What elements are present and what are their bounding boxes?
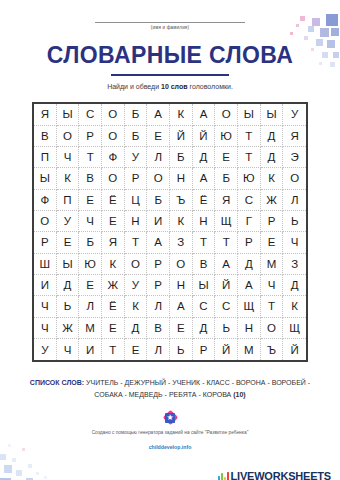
grid-cell[interactable]: Й (193, 126, 216, 147)
grid-cell[interactable]: Ы (238, 104, 261, 125)
grid-cell[interactable]: У (125, 275, 148, 296)
grid-cell[interactable]: К (102, 254, 125, 275)
grid-cell[interactable]: С (215, 296, 238, 317)
grid-cell[interactable]: Н (125, 211, 148, 232)
grid-cell[interactable]: Ё (193, 190, 216, 211)
grid-cell[interactable]: З (170, 232, 193, 253)
grid-cell[interactable]: Ж (102, 275, 125, 296)
grid-cell[interactable]: А (147, 232, 170, 253)
grid-cell[interactable]: С (238, 190, 261, 211)
grid-cell[interactable]: Д (238, 254, 261, 275)
grid-cell[interactable]: О (102, 168, 125, 189)
grid-cell[interactable]: Е (79, 190, 102, 211)
grid-cell[interactable]: З (283, 254, 306, 275)
grid-cell[interactable]: Й (170, 126, 193, 147)
grid-cell[interactable]: Ч (34, 318, 57, 339)
grid-cell[interactable]: У (34, 339, 57, 360)
grid-cell[interactable]: Г (238, 211, 261, 232)
grid-cell[interactable]: О (57, 126, 80, 147)
grid-cell[interactable]: В (79, 168, 102, 189)
grid-cell[interactable]: Ч (57, 339, 80, 360)
grid-cell[interactable]: Е (102, 211, 125, 232)
word-list-words: УЧИТЕЛЬ - ДЕЖУРНЫЙ - УЧЕНИК - КЛАСС - ВО… (86, 379, 310, 398)
instructions: Найди и обведи 10 слов головоломки. (0, 83, 340, 90)
grid-cell[interactable]: И (34, 275, 57, 296)
grid-cell[interactable]: Т (79, 147, 102, 168)
name-caption: (имя и фамилия) (95, 25, 245, 30)
grid-cell[interactable]: А (147, 104, 170, 125)
grid-cell[interactable]: Т (261, 296, 284, 317)
grid-cell[interactable]: Р (79, 126, 102, 147)
grid-cell[interactable]: Щ (215, 211, 238, 232)
grid-cell[interactable]: Ф (34, 190, 57, 211)
grid-cell[interactable]: Ы (193, 275, 216, 296)
grid-cell[interactable]: Я (102, 232, 125, 253)
instructions-post: головоломки. (188, 83, 233, 90)
grid-cell[interactable]: А (193, 104, 216, 125)
grid-cell[interactable]: А (215, 254, 238, 275)
grid-cell[interactable]: О (261, 318, 284, 339)
grid-cell[interactable]: О (283, 168, 306, 189)
grid-cell[interactable]: Ю (215, 126, 238, 147)
grid-cell[interactable]: У (57, 211, 80, 232)
grid-cell[interactable]: Ь (170, 339, 193, 360)
grid-cell[interactable]: Б (170, 147, 193, 168)
grid-cell[interactable]: Д (57, 275, 80, 296)
grid-cell[interactable]: И (79, 339, 102, 360)
grid-cell[interactable]: Ы (57, 254, 80, 275)
grid-cell[interactable]: Ж (261, 190, 284, 211)
grid-cell[interactable]: Я (283, 126, 306, 147)
grid-cell[interactable]: С (193, 296, 216, 317)
grid-cell[interactable]: У (283, 104, 306, 125)
grid-cell[interactable]: В (193, 254, 216, 275)
grid-cell[interactable]: Й (215, 275, 238, 296)
grid-cell[interactable]: Н (170, 168, 193, 189)
grid-cell[interactable]: Б (215, 168, 238, 189)
grid-cell[interactable]: К (261, 168, 284, 189)
grid-cell[interactable]: М (238, 339, 261, 360)
grid-cell[interactable]: С (79, 104, 102, 125)
grid-cell[interactable]: Ё (102, 190, 125, 211)
grid-cell[interactable]: Ч (57, 147, 80, 168)
grid-cell[interactable]: Л (147, 296, 170, 317)
grid-cell[interactable]: Т (193, 232, 216, 253)
grid-cell[interactable]: Д (283, 275, 306, 296)
grid-cell[interactable]: А (170, 296, 193, 317)
worksheet-page: (имя и фамилия) СЛОВАРНЫЕ СЛОВА Найди и … (0, 14, 340, 480)
grid-cell[interactable]: Р (147, 275, 170, 296)
grid-cell[interactable]: О (215, 104, 238, 125)
star-icon: ★ (165, 413, 175, 423)
grid-cell[interactable]: М (79, 318, 102, 339)
liveworksheets-wordmark: LIVEWORKSHEETS (231, 471, 332, 480)
name-block: (имя и фамилия) (95, 14, 245, 30)
grid-cell[interactable]: Ы (34, 168, 57, 189)
grid-cell[interactable]: Ъ (170, 190, 193, 211)
grid-cell[interactable]: Т (102, 339, 125, 360)
grid-cell[interactable]: Т (125, 232, 148, 253)
grid-cell[interactable]: Ы (57, 104, 80, 125)
grid-cell[interactable]: Ж (57, 318, 80, 339)
grid-cell[interactable]: Б (147, 190, 170, 211)
grid-wrap: ЯЫСОБАКАОЫЫУВОРОБЕЙЙЮТДЯПЧТФУЛБДЕТДЭЫКВО… (32, 102, 308, 362)
grid-cell[interactable]: Р (261, 211, 284, 232)
grid-cell[interactable]: Е (170, 318, 193, 339)
credit-link[interactable]: childdevelop.info (149, 444, 192, 450)
grid-cell[interactable]: Р (125, 168, 148, 189)
grid-cell[interactable]: Д (261, 126, 284, 147)
grid-cell[interactable]: Ч (34, 296, 57, 317)
grid-cell[interactable]: Б (125, 126, 148, 147)
instructions-count: 10 слов (161, 83, 188, 90)
grid-cell[interactable]: Р (193, 339, 216, 360)
grid-cell[interactable]: К (170, 211, 193, 232)
grid-cell[interactable]: Б (79, 232, 102, 253)
grid-cell[interactable]: Я (215, 190, 238, 211)
grid-cell[interactable]: П (57, 190, 80, 211)
grid-cell[interactable]: Ь (57, 296, 80, 317)
grid-cell[interactable]: Щ (238, 296, 261, 317)
grid-cell[interactable]: Л (283, 190, 306, 211)
grid-cell[interactable]: В (34, 126, 57, 147)
grid-cell[interactable]: Н (193, 211, 216, 232)
grid-cell[interactable]: Д (261, 147, 284, 168)
childdevelop-logo: ★ (163, 410, 178, 425)
grid-cell[interactable]: К (57, 168, 80, 189)
grid-cell[interactable]: Ё (102, 296, 125, 317)
grid-cell[interactable]: О (125, 254, 148, 275)
grid-cell[interactable]: Ю (238, 168, 261, 189)
grid-cell[interactable]: Е (147, 126, 170, 147)
grid-cell[interactable]: Р (238, 232, 261, 253)
grid-cell[interactable]: Е (102, 318, 125, 339)
grid-cell[interactable]: Ъ (261, 339, 284, 360)
grid-cell[interactable]: Т (238, 147, 261, 168)
word-list-label: СПИСОК СЛОВ: (30, 379, 84, 386)
credit-text: Создано с помощью генератора заданий на … (0, 430, 340, 435)
grid-cell[interactable]: К (283, 296, 306, 317)
grid-cell[interactable]: Ь (215, 318, 238, 339)
grid-cell[interactable]: Н (238, 318, 261, 339)
grid-cell[interactable]: Д (193, 147, 216, 168)
grid-cell[interactable]: Б (125, 104, 148, 125)
grid-cell[interactable]: У (125, 147, 148, 168)
grid-cell[interactable]: Е (57, 232, 80, 253)
grid-cell[interactable]: Л (79, 296, 102, 317)
title-underline (111, 74, 229, 76)
grid-cell[interactable]: О (170, 254, 193, 275)
grid-cell[interactable]: О (102, 104, 125, 125)
grid-cell[interactable]: Ч (261, 275, 284, 296)
grid-cell[interactable]: В (147, 318, 170, 339)
grid-cell[interactable]: Ч (283, 232, 306, 253)
grid-cell[interactable]: Е (215, 147, 238, 168)
grid-cell[interactable]: И (147, 211, 170, 232)
grid-cell[interactable]: К (125, 296, 148, 317)
grid-cell[interactable]: П (34, 147, 57, 168)
grid-cell[interactable]: Й (283, 339, 306, 360)
grid-cell[interactable]: Р (147, 254, 170, 275)
grid-cell[interactable]: Т (238, 126, 261, 147)
grid-cell[interactable]: Ь (283, 211, 306, 232)
grid-cell[interactable]: Ы (261, 104, 284, 125)
grid-cell[interactable]: Щ (283, 318, 306, 339)
grid-cell[interactable]: Д (193, 318, 216, 339)
instructions-pre: Найди и обведи (107, 83, 161, 90)
grid-cell[interactable]: М (261, 254, 284, 275)
grid-cell[interactable]: А (238, 275, 261, 296)
grid-cell[interactable]: О (34, 211, 57, 232)
grid-cell[interactable]: Ш (34, 254, 57, 275)
grid-cell[interactable]: Ц (125, 190, 148, 211)
grid-cell[interactable]: Р (34, 232, 57, 253)
credit-block: Создано с помощью генератора заданий на … (0, 430, 340, 453)
grid-cell[interactable]: Ф (102, 147, 125, 168)
grid-cell[interactable]: Н (170, 275, 193, 296)
grid-cell[interactable]: Е (261, 232, 284, 253)
grid-cell[interactable]: Ю (79, 254, 102, 275)
name-input-line[interactable] (95, 14, 245, 23)
grid-cell[interactable]: А (193, 168, 216, 189)
grid-cell[interactable]: Д (125, 318, 148, 339)
grid-cell[interactable]: Л (147, 339, 170, 360)
grid-cell[interactable]: Л (147, 147, 170, 168)
word-search-grid: ЯЫСОБАКАОЫЫУВОРОБЕЙЙЮТДЯПЧТФУЛБДЕТДЭЫКВО… (32, 102, 308, 362)
liveworksheets-bars-icon (218, 472, 229, 480)
page-title: СЛОВАРНЫЕ СЛОВА (0, 43, 340, 68)
grid-cell[interactable]: О (147, 168, 170, 189)
grid-cell[interactable]: Ч (79, 211, 102, 232)
grid-cell[interactable]: Т (215, 232, 238, 253)
grid-cell[interactable]: Э (283, 147, 306, 168)
grid-cell[interactable]: Я (34, 104, 57, 125)
word-list-count: (10) (233, 391, 245, 398)
grid-cell[interactable]: Е (79, 275, 102, 296)
liveworksheets-brand: LIVEWORKSHEETS (218, 471, 332, 480)
grid-cell[interactable]: Й (215, 339, 238, 360)
grid-cell[interactable]: К (170, 104, 193, 125)
word-list: СПИСОК СЛОВ: УЧИТЕЛЬ - ДЕЖУРНЫЙ - УЧЕНИК… (27, 377, 313, 400)
grid-cell[interactable]: О (102, 126, 125, 147)
grid-cell[interactable]: Е (125, 339, 148, 360)
